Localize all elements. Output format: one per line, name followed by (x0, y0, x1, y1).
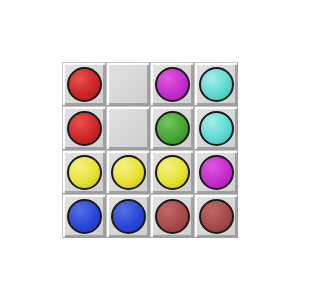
tile-r2c2[interactable] (106, 106, 150, 150)
game-board (62, 62, 238, 238)
ball-cyan[interactable] (199, 111, 234, 146)
ball-yellow[interactable] (155, 155, 190, 190)
ball-yellow[interactable] (111, 155, 146, 190)
tile-r2c4[interactable] (194, 106, 238, 150)
ball-red[interactable] (67, 111, 102, 146)
ball-dark-red[interactable] (199, 199, 234, 234)
tile-r3c2[interactable] (106, 150, 150, 194)
ball-dark-red[interactable] (155, 199, 190, 234)
tile-r3c1[interactable] (62, 150, 106, 194)
ball-yellow[interactable] (67, 155, 102, 190)
ball-magenta[interactable] (199, 155, 234, 190)
tile-r1c4[interactable] (194, 62, 238, 106)
tile-r4c4[interactable] (194, 194, 238, 238)
tile-r4c2[interactable] (106, 194, 150, 238)
ball-blue[interactable] (111, 199, 146, 234)
ball-green[interactable] (155, 111, 190, 146)
tile-r4c1[interactable] (62, 194, 106, 238)
tile-r3c3[interactable] (150, 150, 194, 194)
ball-cyan[interactable] (199, 67, 234, 102)
ball-blue[interactable] (67, 199, 102, 234)
tile-r1c2[interactable] (106, 62, 150, 106)
tile-r4c3[interactable] (150, 194, 194, 238)
ball-red[interactable] (67, 67, 102, 102)
tile-r2c1[interactable] (62, 106, 106, 150)
ball-magenta[interactable] (155, 67, 190, 102)
tile-r1c1[interactable] (62, 62, 106, 106)
tile-r1c3[interactable] (150, 62, 194, 106)
tile-r2c3[interactable] (150, 106, 194, 150)
tile-r3c4[interactable] (194, 150, 238, 194)
